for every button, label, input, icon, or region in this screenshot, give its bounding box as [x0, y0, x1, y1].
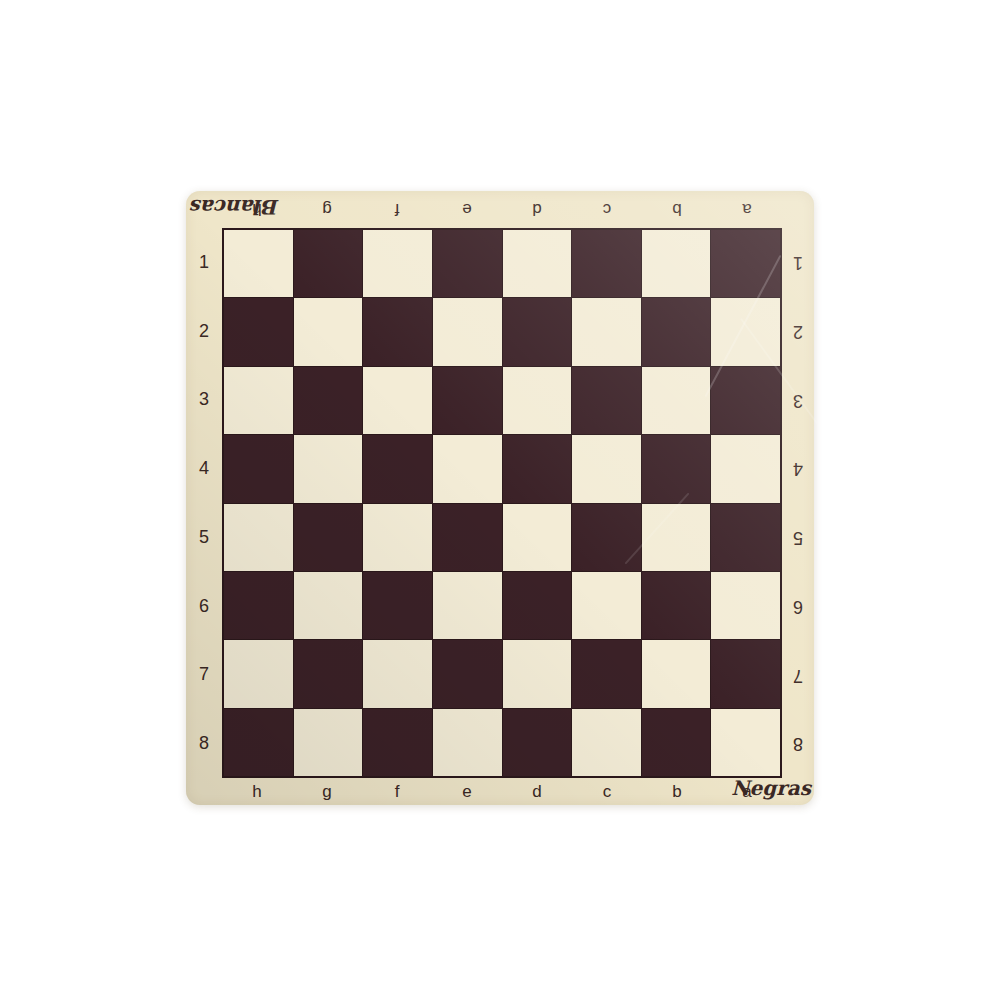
square-f6[interactable]	[363, 572, 432, 639]
file-label-top-b: b	[642, 199, 712, 219]
square-g7[interactable]	[294, 640, 363, 707]
rank-label-left-7: 7	[199, 641, 209, 710]
square-e5[interactable]	[433, 504, 502, 571]
square-e1[interactable]	[433, 230, 502, 297]
square-f2[interactable]	[363, 298, 432, 365]
square-e2[interactable]	[433, 298, 502, 365]
square-h5[interactable]	[224, 504, 293, 571]
file-labels-bottom: hgfedcba	[222, 781, 782, 803]
file-label-bottom-g: g	[292, 782, 362, 802]
file-label-bottom-h: h	[222, 782, 292, 802]
square-g2[interactable]	[294, 298, 363, 365]
square-c5[interactable]	[572, 504, 641, 571]
square-b1[interactable]	[642, 230, 711, 297]
rank-label-right-7: 7	[793, 641, 803, 710]
square-b6[interactable]	[642, 572, 711, 639]
rank-label-left-2: 2	[199, 297, 209, 366]
square-f4[interactable]	[363, 435, 432, 502]
square-b3[interactable]	[642, 367, 711, 434]
square-e3[interactable]	[433, 367, 502, 434]
square-h1[interactable]	[224, 230, 293, 297]
square-f7[interactable]	[363, 640, 432, 707]
square-c6[interactable]	[572, 572, 641, 639]
file-label-top-d: d	[502, 199, 572, 219]
black-side-label: Negras	[731, 776, 811, 800]
file-label-top-h: h	[222, 199, 292, 219]
square-a4[interactable]	[711, 435, 780, 502]
file-labels-top: hgfedcba	[222, 198, 782, 220]
square-c7[interactable]	[572, 640, 641, 707]
square-h4[interactable]	[224, 435, 293, 502]
square-b4[interactable]	[642, 435, 711, 502]
square-a7[interactable]	[711, 640, 780, 707]
square-a2[interactable]	[711, 298, 780, 365]
file-label-bottom-c: c	[572, 782, 642, 802]
square-d8[interactable]	[503, 709, 572, 776]
square-g5[interactable]	[294, 504, 363, 571]
square-a8[interactable]	[711, 709, 780, 776]
square-e7[interactable]	[433, 640, 502, 707]
file-label-bottom-e: e	[432, 782, 502, 802]
file-label-top-f: f	[362, 199, 432, 219]
square-e8[interactable]	[433, 709, 502, 776]
square-f1[interactable]	[363, 230, 432, 297]
rank-labels-left: 12345678	[186, 228, 222, 778]
rank-label-left-1: 1	[199, 228, 209, 297]
square-d1[interactable]	[503, 230, 572, 297]
square-c3[interactable]	[572, 367, 641, 434]
square-h8[interactable]	[224, 709, 293, 776]
square-g6[interactable]	[294, 572, 363, 639]
square-d4[interactable]	[503, 435, 572, 502]
chess-board	[222, 228, 782, 778]
file-label-top-a: a	[712, 199, 782, 219]
rank-label-right-6: 6	[793, 572, 803, 641]
rank-label-right-8: 8	[793, 709, 803, 778]
square-d5[interactable]	[503, 504, 572, 571]
square-b2[interactable]	[642, 298, 711, 365]
file-label-bottom-d: d	[502, 782, 572, 802]
square-d2[interactable]	[503, 298, 572, 365]
file-label-top-g: g	[292, 199, 362, 219]
square-f5[interactable]	[363, 504, 432, 571]
square-f8[interactable]	[363, 709, 432, 776]
square-h3[interactable]	[224, 367, 293, 434]
rank-label-right-5: 5	[793, 503, 803, 572]
square-h7[interactable]	[224, 640, 293, 707]
rank-labels-right: 12345678	[782, 228, 814, 778]
square-g3[interactable]	[294, 367, 363, 434]
rank-label-right-1: 1	[793, 228, 803, 297]
rank-label-left-4: 4	[199, 434, 209, 503]
rank-label-left-5: 5	[199, 503, 209, 572]
square-c1[interactable]	[572, 230, 641, 297]
chess-board-mat: Blancas hgfedcba 12345678 12345678 hgfed…	[186, 191, 814, 805]
file-label-top-e: e	[432, 199, 502, 219]
square-g8[interactable]	[294, 709, 363, 776]
file-label-bottom-f: f	[362, 782, 432, 802]
square-b8[interactable]	[642, 709, 711, 776]
square-d3[interactable]	[503, 367, 572, 434]
rank-label-left-3: 3	[199, 366, 209, 435]
rank-label-right-2: 2	[793, 297, 803, 366]
square-d7[interactable]	[503, 640, 572, 707]
square-g1[interactable]	[294, 230, 363, 297]
rank-label-right-3: 3	[793, 366, 803, 435]
square-a1[interactable]	[711, 230, 780, 297]
square-c2[interactable]	[572, 298, 641, 365]
square-a5[interactable]	[711, 504, 780, 571]
square-f3[interactable]	[363, 367, 432, 434]
rank-label-left-6: 6	[199, 572, 209, 641]
rank-label-left-8: 8	[199, 709, 209, 778]
square-d6[interactable]	[503, 572, 572, 639]
rank-label-right-4: 4	[793, 434, 803, 503]
square-c4[interactable]	[572, 435, 641, 502]
square-b7[interactable]	[642, 640, 711, 707]
square-e6[interactable]	[433, 572, 502, 639]
square-g4[interactable]	[294, 435, 363, 502]
square-e4[interactable]	[433, 435, 502, 502]
square-h2[interactable]	[224, 298, 293, 365]
square-c8[interactable]	[572, 709, 641, 776]
file-label-bottom-b: b	[642, 782, 712, 802]
square-a6[interactable]	[711, 572, 780, 639]
file-label-top-c: c	[572, 199, 642, 219]
square-b5[interactable]	[642, 504, 711, 571]
square-a3[interactable]	[711, 367, 780, 434]
square-h6[interactable]	[224, 572, 293, 639]
